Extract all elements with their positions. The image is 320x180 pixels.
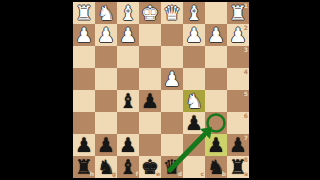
white-knight[interactable]: ♞ [185, 90, 203, 112]
square-d6[interactable] [161, 112, 183, 134]
file-label-g: g [112, 171, 116, 177]
white-bishop[interactable]: ♝ [119, 2, 137, 24]
file-label-c: c [200, 171, 204, 177]
white-rook[interactable]: ♜ [75, 2, 93, 24]
square-c6[interactable]: ♟ [183, 112, 205, 134]
rank-label-5: 5 [244, 91, 248, 97]
square-e5[interactable]: ♟ [139, 90, 161, 112]
square-e8[interactable]: ♚e [139, 156, 161, 178]
square-e1[interactable]: ♚ [139, 2, 161, 24]
square-b3[interactable] [205, 46, 227, 68]
square-f2[interactable]: ♟ [117, 24, 139, 46]
square-g8[interactable]: ♞g [95, 156, 117, 178]
square-g4[interactable] [95, 68, 117, 90]
square-c5[interactable]: ♞ [183, 90, 205, 112]
black-pawn[interactable]: ♟ [185, 112, 203, 134]
square-e6[interactable] [139, 112, 161, 134]
rank-label-7: 7 [244, 135, 248, 141]
white-bishop[interactable]: ♝ [185, 2, 203, 24]
white-knight[interactable]: ♞ [97, 2, 115, 24]
square-d8[interactable]: ♛d [161, 156, 183, 178]
square-f3[interactable] [117, 46, 139, 68]
square-e7[interactable] [139, 134, 161, 156]
rank-label-6: 6 [244, 113, 248, 119]
rank-label-4: 4 [244, 69, 248, 75]
square-f6[interactable] [117, 112, 139, 134]
square-g1[interactable]: ♞ [95, 2, 117, 24]
black-pawn[interactable]: ♟ [119, 134, 137, 156]
square-f4[interactable] [117, 68, 139, 90]
black-pawn[interactable]: ♟ [97, 134, 115, 156]
square-h7[interactable]: ♟ [73, 134, 95, 156]
square-b8[interactable]: ♞b [205, 156, 227, 178]
square-f5[interactable]: ♝ [117, 90, 139, 112]
white-queen[interactable]: ♛ [163, 2, 181, 24]
file-label-e: e [156, 171, 160, 177]
square-b1[interactable] [205, 2, 227, 24]
square-g6[interactable] [95, 112, 117, 134]
white-pawn[interactable]: ♟ [185, 24, 203, 46]
square-c4[interactable] [183, 68, 205, 90]
black-pawn[interactable]: ♟ [141, 90, 159, 112]
square-f7[interactable]: ♟ [117, 134, 139, 156]
square-h2[interactable]: ♟ [73, 24, 95, 46]
left-letterbox [0, 0, 73, 180]
square-d7[interactable] [161, 134, 183, 156]
square-f8[interactable]: ♝f [117, 156, 139, 178]
file-label-a: a [244, 171, 248, 177]
square-d5[interactable] [161, 90, 183, 112]
square-c1[interactable]: ♝ [183, 2, 205, 24]
square-c2[interactable]: ♟ [183, 24, 205, 46]
square-a2[interactable]: ♟2 [227, 24, 249, 46]
square-g3[interactable] [95, 46, 117, 68]
square-d1[interactable]: ♛ [161, 2, 183, 24]
white-pawn[interactable]: ♟ [97, 24, 115, 46]
square-a4[interactable]: 4 [227, 68, 249, 90]
square-g2[interactable]: ♟ [95, 24, 117, 46]
square-a3[interactable]: 3 [227, 46, 249, 68]
square-h1[interactable]: ♜ [73, 2, 95, 24]
file-label-b: b [222, 171, 226, 177]
black-pawn[interactable]: ♟ [75, 134, 93, 156]
right-letterbox [249, 0, 320, 180]
square-d4[interactable]: ♟ [161, 68, 183, 90]
square-d3[interactable] [161, 46, 183, 68]
file-label-d: d [178, 171, 182, 177]
white-pawn[interactable]: ♟ [207, 24, 225, 46]
white-pawn[interactable]: ♟ [75, 24, 93, 46]
chess-board[interactable]: ♜♞♝♚♛♝♜1♟♟♟♟♟♟23♟4♝♟♞5♟6♟♟♟♟♟7♜h♞g♝f♚e♛d… [73, 2, 249, 178]
thumbnail-stage: ♜♞♝♚♛♝♜1♟♟♟♟♟♟23♟4♝♟♞5♟6♟♟♟♟♟7♜h♞g♝f♚e♛d… [0, 0, 320, 180]
black-bishop[interactable]: ♝ [119, 156, 137, 178]
square-f1[interactable]: ♝ [117, 2, 139, 24]
square-a6[interactable]: 6 [227, 112, 249, 134]
square-b2[interactable]: ♟ [205, 24, 227, 46]
square-h6[interactable] [73, 112, 95, 134]
white-pawn[interactable]: ♟ [119, 24, 137, 46]
black-bishop[interactable]: ♝ [119, 90, 137, 112]
square-a7[interactable]: ♟7 [227, 134, 249, 156]
rank-label-2: 2 [244, 25, 248, 31]
white-king[interactable]: ♚ [141, 2, 159, 24]
square-g5[interactable] [95, 90, 117, 112]
file-label-f: f [135, 171, 138, 177]
square-b5[interactable] [205, 90, 227, 112]
square-a8[interactable]: ♜8a [227, 156, 249, 178]
square-a5[interactable]: 5 [227, 90, 249, 112]
square-c7[interactable] [183, 134, 205, 156]
square-c8[interactable]: c [183, 156, 205, 178]
rank-label-1: 1 [244, 3, 248, 9]
square-d2[interactable] [161, 24, 183, 46]
square-h8[interactable]: ♜h [73, 156, 95, 178]
square-h3[interactable] [73, 46, 95, 68]
white-pawn[interactable]: ♟ [163, 68, 181, 90]
square-e2[interactable] [139, 24, 161, 46]
rank-label-3: 3 [244, 47, 248, 53]
square-e3[interactable] [139, 46, 161, 68]
square-g7[interactable]: ♟ [95, 134, 117, 156]
rank-label-8: 8 [244, 157, 248, 163]
square-a1[interactable]: ♜1 [227, 2, 249, 24]
square-c3[interactable] [183, 46, 205, 68]
square-b4[interactable] [205, 68, 227, 90]
file-label-h: h [90, 171, 94, 177]
square-b7[interactable]: ♟ [205, 134, 227, 156]
black-pawn[interactable]: ♟ [207, 134, 225, 156]
square-b6[interactable] [205, 112, 227, 134]
square-e4[interactable] [139, 68, 161, 90]
square-h5[interactable] [73, 90, 95, 112]
square-h4[interactable] [73, 68, 95, 90]
